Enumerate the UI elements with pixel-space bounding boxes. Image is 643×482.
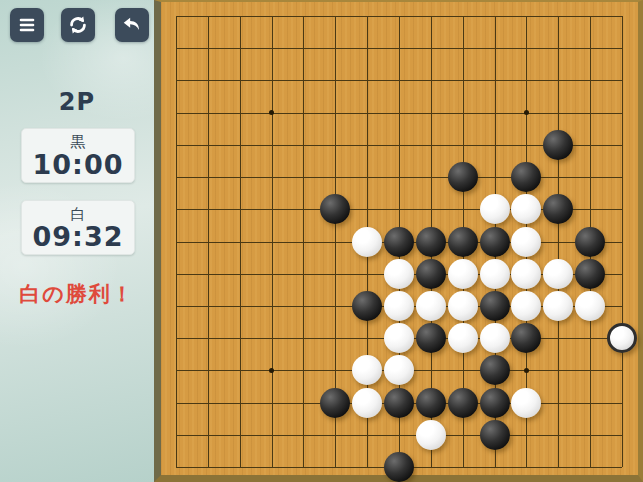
stone-black (352, 291, 382, 321)
stone-white (384, 291, 414, 321)
stone-black (575, 227, 605, 257)
stone-black (384, 452, 414, 482)
stone-white (352, 355, 382, 385)
board-grid[interactable] (176, 16, 622, 467)
stone-white (543, 291, 573, 321)
stone-white (448, 259, 478, 289)
stone-black (416, 388, 446, 418)
stone-white (511, 388, 541, 418)
restart-button[interactable] (61, 8, 95, 42)
stone-white-last-move (607, 323, 637, 353)
stone-white (480, 194, 510, 224)
stone-white (480, 259, 510, 289)
stone-black (543, 130, 573, 160)
star-point (269, 110, 274, 115)
stone-black (480, 291, 510, 321)
stone-white (384, 355, 414, 385)
menu-button[interactable] (10, 8, 44, 42)
stone-white (543, 259, 573, 289)
stone-black (448, 227, 478, 257)
stone-black (416, 227, 446, 257)
stone-black (320, 194, 350, 224)
stone-white (480, 323, 510, 353)
undo-icon (121, 14, 143, 36)
stone-black (511, 323, 541, 353)
menu-icon (16, 14, 38, 36)
white-clock-card: 白 09:32 (21, 200, 135, 255)
stone-white (352, 388, 382, 418)
grid-line (558, 16, 559, 467)
stone-black (480, 355, 510, 385)
refresh-icon (67, 14, 89, 36)
stone-white (511, 227, 541, 257)
stone-white (448, 323, 478, 353)
stone-black (384, 227, 414, 257)
gomoku-app: 2P 黒 10:00 白 09:32 白の勝利！ (0, 0, 643, 482)
stone-black (416, 259, 446, 289)
stone-black (480, 227, 510, 257)
stone-black (384, 388, 414, 418)
white-clock-time: 09:32 (22, 222, 134, 251)
black-clock-card: 黒 10:00 (21, 128, 135, 183)
stone-white (575, 291, 605, 321)
grid-line (176, 435, 622, 436)
stone-black (448, 162, 478, 192)
stone-black (575, 259, 605, 289)
stone-white (352, 227, 382, 257)
stone-white (511, 194, 541, 224)
stone-black (480, 388, 510, 418)
stone-white (416, 420, 446, 450)
stone-black (511, 162, 541, 192)
stone-black (416, 323, 446, 353)
stone-white (511, 259, 541, 289)
stone-black (448, 388, 478, 418)
result-text: 白の勝利！ (0, 280, 154, 308)
star-point (524, 110, 529, 115)
star-point (269, 368, 274, 373)
mode-label: 2P (0, 88, 154, 116)
sidebar: 2P 黒 10:00 白 09:32 白の勝利！ (0, 0, 154, 482)
go-board (154, 0, 643, 482)
grid-line (622, 16, 623, 467)
stone-white (448, 291, 478, 321)
stone-black (480, 420, 510, 450)
star-point (524, 368, 529, 373)
black-clock-time: 10:00 (22, 150, 134, 179)
stone-white (384, 323, 414, 353)
undo-button[interactable] (115, 8, 149, 42)
stone-white (384, 259, 414, 289)
stone-black (320, 388, 350, 418)
stone-white (511, 291, 541, 321)
stone-black (543, 194, 573, 224)
stone-white (416, 291, 446, 321)
